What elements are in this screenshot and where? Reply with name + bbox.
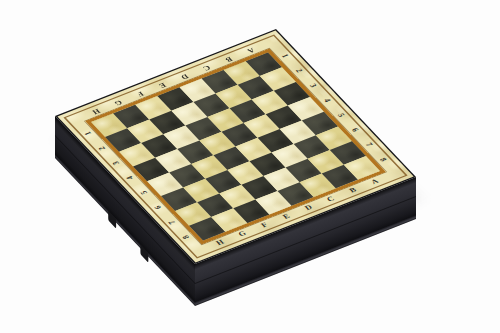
hinge-icon <box>108 210 116 228</box>
hinge-icon <box>140 244 148 262</box>
photo-scene: HGFEDCBA HGFEDCBA 12345678 12345678 <box>0 0 500 333</box>
